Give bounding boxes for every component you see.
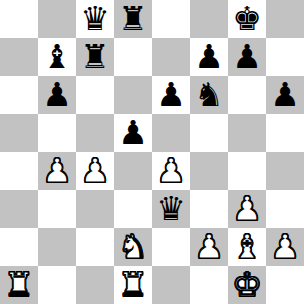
piece-black-queen[interactable]: ♛ (80, 0, 110, 38)
square-c8[interactable]: ♛ (76, 0, 114, 38)
piece-white-pawn[interactable]: ♟ (270, 228, 300, 266)
square-d7[interactable] (114, 38, 152, 76)
piece-black-rook[interactable]: ♜ (80, 38, 110, 76)
square-h4[interactable] (266, 152, 304, 190)
piece-black-pawn[interactable]: ♟ (42, 76, 72, 114)
square-a3[interactable] (0, 190, 38, 228)
square-h7[interactable] (266, 38, 304, 76)
piece-black-pawn[interactable]: ♟ (232, 38, 262, 76)
square-h1[interactable] (266, 266, 304, 304)
square-e6[interactable]: ♟ (152, 76, 190, 114)
square-c3[interactable] (76, 190, 114, 228)
square-g4[interactable] (228, 152, 266, 190)
piece-black-king[interactable]: ♚ (232, 0, 262, 38)
square-b3[interactable] (38, 190, 76, 228)
square-e2[interactable] (152, 228, 190, 266)
square-f7[interactable]: ♟ (190, 38, 228, 76)
square-a2[interactable] (0, 228, 38, 266)
square-c6[interactable] (76, 76, 114, 114)
square-d8[interactable]: ♜ (114, 0, 152, 38)
square-e7[interactable] (152, 38, 190, 76)
square-g2[interactable]: ♝ (228, 228, 266, 266)
square-b1[interactable] (38, 266, 76, 304)
square-e5[interactable] (152, 114, 190, 152)
square-h8[interactable] (266, 0, 304, 38)
square-a8[interactable] (0, 0, 38, 38)
square-f4[interactable] (190, 152, 228, 190)
square-h5[interactable] (266, 114, 304, 152)
piece-white-knight[interactable]: ♞ (118, 228, 148, 266)
square-a7[interactable] (0, 38, 38, 76)
square-h2[interactable]: ♟ (266, 228, 304, 266)
square-b8[interactable] (38, 0, 76, 38)
piece-black-rook[interactable]: ♜ (118, 0, 148, 38)
square-c2[interactable] (76, 228, 114, 266)
square-e4[interactable]: ♟ (152, 152, 190, 190)
square-e8[interactable] (152, 0, 190, 38)
piece-white-bishop[interactable]: ♝ (232, 228, 262, 266)
square-a6[interactable] (0, 76, 38, 114)
square-h6[interactable]: ♟ (266, 76, 304, 114)
piece-black-queen[interactable]: ♛ (156, 190, 186, 228)
square-f3[interactable] (190, 190, 228, 228)
square-f6[interactable]: ♞ (190, 76, 228, 114)
square-c5[interactable] (76, 114, 114, 152)
square-b4[interactable]: ♟ (38, 152, 76, 190)
square-f2[interactable]: ♟ (190, 228, 228, 266)
square-f8[interactable] (190, 0, 228, 38)
square-g5[interactable] (228, 114, 266, 152)
square-b2[interactable] (38, 228, 76, 266)
piece-white-pawn[interactable]: ♟ (156, 152, 186, 190)
square-d5[interactable]: ♟ (114, 114, 152, 152)
square-d3[interactable] (114, 190, 152, 228)
square-h3[interactable] (266, 190, 304, 228)
piece-black-bishop[interactable]: ♝ (42, 38, 72, 76)
square-f1[interactable] (190, 266, 228, 304)
piece-black-pawn[interactable]: ♟ (118, 114, 148, 152)
square-c4[interactable]: ♟ (76, 152, 114, 190)
square-a5[interactable] (0, 114, 38, 152)
square-b6[interactable]: ♟ (38, 76, 76, 114)
piece-black-pawn[interactable]: ♟ (156, 76, 186, 114)
square-d6[interactable] (114, 76, 152, 114)
square-d2[interactable]: ♞ (114, 228, 152, 266)
square-e3[interactable]: ♛ (152, 190, 190, 228)
piece-white-pawn[interactable]: ♟ (194, 228, 224, 266)
square-f5[interactable] (190, 114, 228, 152)
square-g8[interactable]: ♚ (228, 0, 266, 38)
square-c1[interactable] (76, 266, 114, 304)
piece-black-pawn[interactable]: ♟ (270, 76, 300, 114)
square-g6[interactable] (228, 76, 266, 114)
piece-white-pawn[interactable]: ♟ (232, 190, 262, 228)
square-d4[interactable] (114, 152, 152, 190)
piece-white-rook[interactable]: ♜ (4, 266, 34, 304)
square-e1[interactable] (152, 266, 190, 304)
chess-board: ♛♜♚♝♜♟♟♟♟♞♟♟♟♟♟♛♟♞♟♝♟♜♜♚ (0, 0, 304, 304)
square-d1[interactable]: ♜ (114, 266, 152, 304)
square-g3[interactable]: ♟ (228, 190, 266, 228)
piece-white-rook[interactable]: ♜ (118, 266, 148, 304)
piece-black-knight[interactable]: ♞ (194, 76, 224, 114)
square-a1[interactable]: ♜ (0, 266, 38, 304)
square-b7[interactable]: ♝ (38, 38, 76, 76)
piece-white-pawn[interactable]: ♟ (42, 152, 72, 190)
square-g7[interactable]: ♟ (228, 38, 266, 76)
piece-white-king[interactable]: ♚ (232, 266, 262, 304)
square-a4[interactable] (0, 152, 38, 190)
square-c7[interactable]: ♜ (76, 38, 114, 76)
piece-black-pawn[interactable]: ♟ (194, 38, 224, 76)
piece-white-pawn[interactable]: ♟ (80, 152, 110, 190)
square-b5[interactable] (38, 114, 76, 152)
square-g1[interactable]: ♚ (228, 266, 266, 304)
